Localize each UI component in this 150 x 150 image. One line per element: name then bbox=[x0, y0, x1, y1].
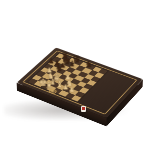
edge-badge-red-dot bbox=[82, 107, 85, 110]
product-photo-scene: ♜♛♞♚♝♟♟♟♞♟♟♞♛♞♝♝♟♟♚♜ bbox=[0, 0, 150, 150]
piece-white-pawn[interactable]: ♟ bbox=[69, 87, 75, 94]
piece-white-rook[interactable]: ♜ bbox=[46, 82, 53, 90]
piece-black-bishop[interactable]: ♝ bbox=[69, 60, 76, 68]
piece-black-knight[interactable]: ♞ bbox=[85, 61, 92, 69]
edge-badge-icon bbox=[81, 106, 86, 112]
